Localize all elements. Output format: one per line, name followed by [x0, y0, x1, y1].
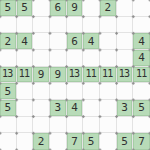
cell-r4c7-empty[interactable] [100, 50, 117, 67]
cell-r3c5-given: 6 [67, 33, 84, 50]
cell-r6c1-given: 5 [0, 83, 17, 100]
cell-r1c4-given: 6 [50, 0, 67, 17]
cell-r2c4-empty[interactable] [50, 17, 67, 34]
cell-r6c9-empty[interactable] [133, 83, 150, 100]
cell-r6c5-empty[interactable] [67, 83, 84, 100]
cell-r4c6-empty[interactable] [83, 50, 100, 67]
cell-r2c7-empty[interactable] [100, 17, 117, 34]
cell-r7c9-given: 5 [133, 100, 150, 117]
cell-r7c3-empty[interactable] [33, 100, 50, 117]
cell-r4c8-empty[interactable] [117, 50, 134, 67]
cell-r1c6-empty[interactable] [83, 0, 100, 17]
cell-r4c3-empty[interactable] [33, 50, 50, 67]
cell-r8c7-empty[interactable] [100, 117, 117, 134]
cell-r3c6-given: 4 [83, 33, 100, 50]
cell-r7c7-empty[interactable] [100, 100, 117, 117]
cell-r6c7-empty[interactable] [100, 83, 117, 100]
cell-r3c8-empty[interactable] [117, 33, 134, 50]
cell-r2c5-empty[interactable] [67, 17, 84, 34]
cell-r2c3-empty[interactable] [33, 17, 50, 34]
cell-r1c7-given: 2 [100, 0, 117, 17]
cell-r2c2-empty[interactable] [17, 17, 34, 34]
cell-r9c6-given: 5 [83, 133, 100, 150]
cell-r8c3-empty[interactable] [33, 117, 50, 134]
cell-r6c8-empty[interactable] [117, 83, 134, 100]
cell-r5c9-given: 11 [133, 67, 150, 84]
cell-r8c9-empty[interactable] [133, 117, 150, 134]
cell-r6c4-empty[interactable] [50, 83, 67, 100]
cell-r9c3-given: 2 [33, 133, 50, 150]
cell-r5c1-given: 13 [0, 67, 17, 84]
cell-r7c5-given: 4 [67, 100, 84, 117]
cell-r3c1-given: 2 [0, 33, 17, 50]
cell-r6c2-empty[interactable] [17, 83, 34, 100]
cell-r8c6-empty[interactable] [83, 117, 100, 134]
puzzle-board: 55692246444131199131111131155343527557 [0, 0, 150, 150]
cell-r1c2-given: 5 [17, 0, 34, 17]
cell-r4c5-empty[interactable] [67, 50, 84, 67]
cell-r3c9-given: 4 [133, 33, 150, 50]
cell-r5c3-given: 9 [33, 67, 50, 84]
cell-r5c2-given: 11 [17, 67, 34, 84]
cell-r3c3-empty[interactable] [33, 33, 50, 50]
cell-r7c4-given: 3 [50, 100, 67, 117]
cell-r6c6-empty[interactable] [83, 83, 100, 100]
puzzle-grid: 55692246444131199131111131155343527557 [0, 0, 150, 150]
cell-r9c9-given: 7 [133, 133, 150, 150]
cell-r5c5-given: 13 [67, 67, 84, 84]
cell-r9c7-empty[interactable] [100, 133, 117, 150]
cell-r6c3-empty[interactable] [33, 83, 50, 100]
cell-r2c1-empty[interactable] [0, 17, 17, 34]
cell-r9c8-given: 5 [117, 133, 134, 150]
cell-r3c4-empty[interactable] [50, 33, 67, 50]
cell-r7c1-given: 5 [0, 100, 17, 117]
cell-r8c2-empty[interactable] [17, 117, 34, 134]
cell-r5c8-given: 13 [117, 67, 134, 84]
cell-r4c2-empty[interactable] [17, 50, 34, 67]
cell-r4c1-empty[interactable] [0, 50, 17, 67]
cell-r1c9-empty[interactable] [133, 0, 150, 17]
cell-r8c8-empty[interactable] [117, 117, 134, 134]
cell-r2c6-empty[interactable] [83, 17, 100, 34]
cell-r9c4-empty[interactable] [50, 133, 67, 150]
cell-r8c1-empty[interactable] [0, 117, 17, 134]
cell-r9c1-empty[interactable] [0, 133, 17, 150]
cell-r5c4-given: 9 [50, 67, 67, 84]
cell-r1c5-given: 9 [67, 0, 84, 17]
cell-r1c8-empty[interactable] [117, 0, 134, 17]
cell-r5c7-given: 11 [100, 67, 117, 84]
cell-r7c2-empty[interactable] [17, 100, 34, 117]
cell-r5c6-given: 11 [83, 67, 100, 84]
cell-r9c5-given: 7 [67, 133, 84, 150]
cell-r1c3-empty[interactable] [33, 0, 50, 17]
cell-r8c5-empty[interactable] [67, 117, 84, 134]
cell-r7c8-given: 3 [117, 100, 134, 117]
cell-r1c1-given: 5 [0, 0, 17, 17]
cell-r2c8-empty[interactable] [117, 17, 134, 34]
cell-r9c2-empty[interactable] [17, 133, 34, 150]
cell-r3c2-given: 4 [17, 33, 34, 50]
cell-r3c7-empty[interactable] [100, 33, 117, 50]
cell-r4c9-given: 4 [133, 50, 150, 67]
cell-r2c9-empty[interactable] [133, 17, 150, 34]
cell-r8c4-empty[interactable] [50, 117, 67, 134]
cell-r4c4-empty[interactable] [50, 50, 67, 67]
cell-r7c6-empty[interactable] [83, 100, 100, 117]
